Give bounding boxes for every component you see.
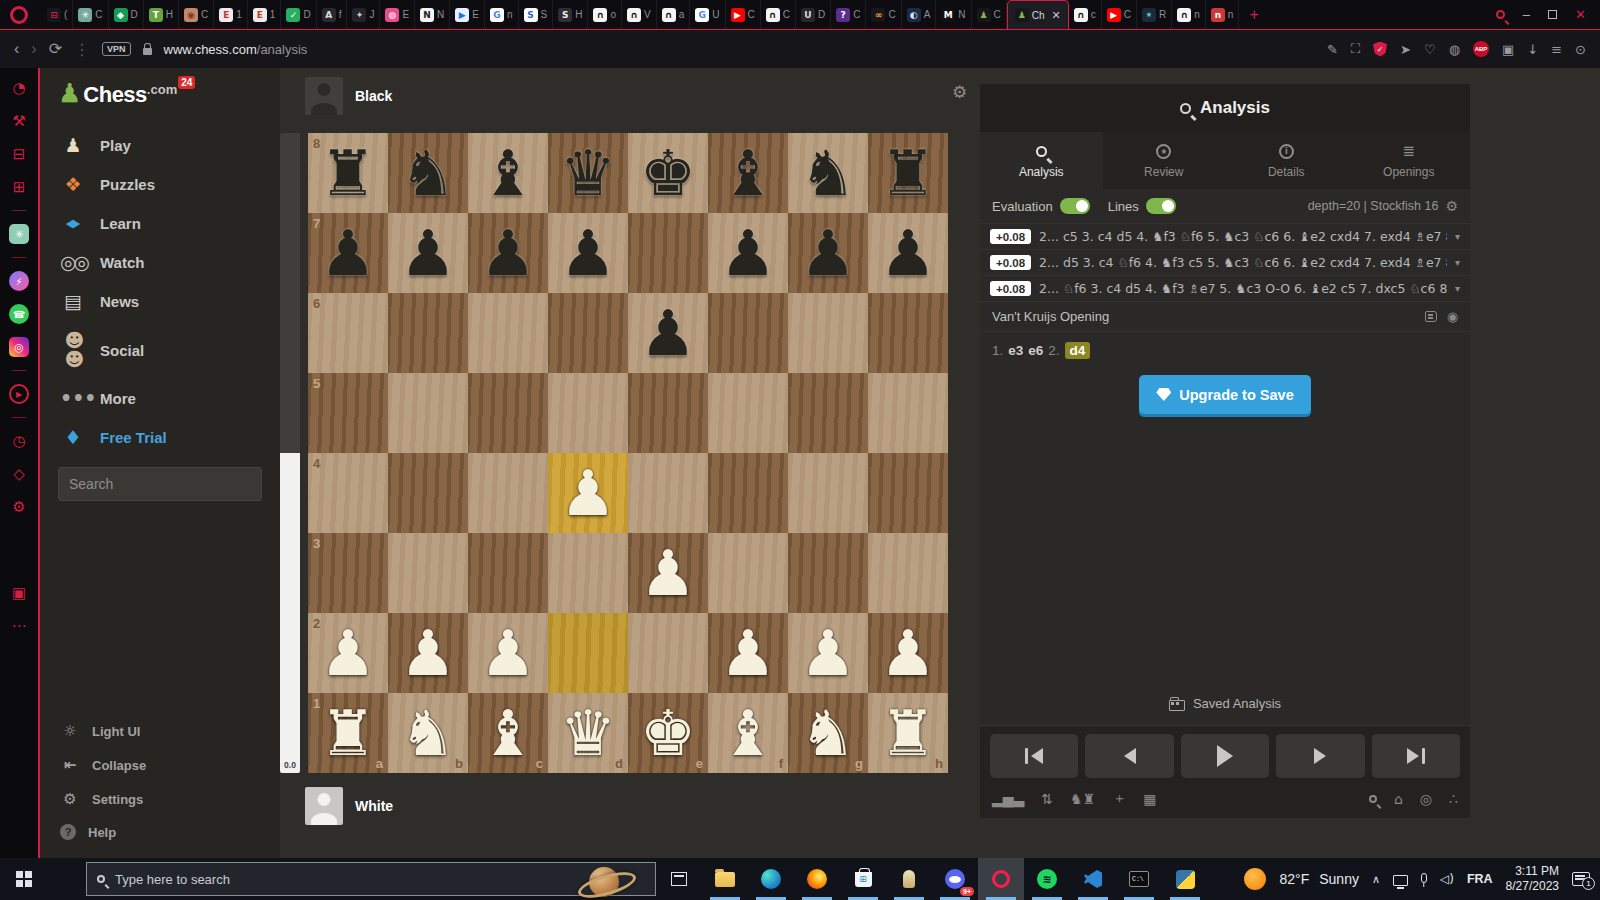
sidebar-item-label: News	[100, 293, 139, 310]
white-knight[interactable]: ♞	[388, 693, 468, 773]
black-pawn[interactable]: ♟	[788, 213, 868, 293]
youtube-tab[interactable]: ▶C	[1102, 0, 1137, 29]
red-white-tab[interactable]: E1	[214, 0, 248, 29]
sidebar-item-more[interactable]: •••More	[40, 379, 280, 418]
square-c6[interactable]	[468, 293, 548, 373]
extensions-icon[interactable]: ◇	[9, 464, 29, 484]
square-d6[interactable]	[548, 293, 628, 373]
terminal-app[interactable]: C:\	[1116, 858, 1162, 900]
favicon: G	[490, 8, 504, 22]
volume-icon[interactable]: ◁)	[1440, 872, 1454, 886]
history-icon[interactable]: ◷	[9, 431, 29, 451]
m-tab[interactable]: MN	[936, 0, 971, 29]
square-a2[interactable]: 2♟	[308, 613, 388, 693]
firefox-app[interactable]	[794, 858, 840, 900]
downloads-icon[interactable]: ↓	[1527, 42, 1538, 57]
info-icon: i	[1279, 144, 1294, 159]
lines-toggle[interactable]: Lines	[1108, 198, 1176, 214]
go-to-start-button[interactable]	[990, 734, 1078, 778]
tab-analysis[interactable]: Analysis	[980, 132, 1103, 189]
divider	[12, 370, 26, 371]
reload-button[interactable]: ⟳	[49, 41, 62, 57]
tab-title: a	[679, 9, 685, 20]
square-e5[interactable]	[628, 373, 708, 453]
white-bishop[interactable]: ♝	[468, 693, 548, 773]
black-knight[interactable]: ♞	[388, 133, 468, 213]
white-pawn[interactable]: ♟	[868, 613, 948, 693]
t-tab[interactable]: TH	[144, 0, 179, 29]
square-f2[interactable]: ♟	[708, 613, 788, 693]
chess-tab[interactable]: ♟C	[972, 0, 1007, 29]
social-icon: ☻☻	[60, 331, 86, 369]
square-g2[interactable]: ♟	[788, 613, 868, 693]
watch-icon: ◎◎	[60, 253, 86, 272]
sidebar-item-watch[interactable]: ◎◎Watch	[40, 243, 280, 282]
favicon: E	[219, 8, 233, 22]
github-tab[interactable]: ∩V	[622, 0, 657, 29]
discord-app[interactable]: 9+	[932, 858, 978, 900]
sidebar-item-play[interactable]: ♟Play	[40, 126, 280, 165]
twitch-icon[interactable]: ⊟	[9, 144, 29, 164]
square-h6[interactable]	[868, 293, 948, 373]
square-e2[interactable]	[628, 613, 708, 693]
tab-title: E	[402, 9, 409, 20]
gx-cleaner-icon[interactable]: ⚒	[9, 111, 29, 131]
snapshot-icon[interactable]: ▣	[9, 583, 29, 603]
microsoft-store-app[interactable]: ⊞	[840, 858, 886, 900]
opera-gx-app-icon	[992, 870, 1010, 888]
collapse-button[interactable]: ⇤Collapse	[40, 748, 280, 782]
square-g5[interactable]	[788, 373, 868, 453]
red-white-tab[interactable]: E1	[248, 0, 282, 29]
white-bishop[interactable]: ♝	[708, 693, 788, 773]
square-b3[interactable]	[388, 533, 468, 613]
square-h5[interactable]	[868, 373, 948, 453]
square-a5[interactable]: 5	[308, 373, 388, 453]
sidebar-footer: ☼Light UI⇤Collapse⚙Settings?Help	[40, 714, 280, 848]
sidebar-item-puzzles[interactable]: ❖Puzzles	[40, 165, 280, 204]
next-move-button[interactable]	[1276, 734, 1364, 778]
back-button[interactable]: ‹	[14, 41, 19, 57]
square-f8[interactable]: ♝	[708, 133, 788, 213]
bookmark-heart-icon[interactable]: ♡	[1424, 42, 1436, 57]
expand-chevron-icon[interactable]: ▾	[1455, 257, 1460, 268]
player-name-white: White	[355, 798, 393, 814]
vscode-app[interactable]	[1070, 858, 1116, 900]
white-rook[interactable]: ♜	[868, 693, 948, 773]
square-h4[interactable]	[868, 453, 948, 533]
white-pawn[interactable]: ♟	[468, 613, 548, 693]
chatgpt-tab[interactable]: ✳C	[73, 0, 108, 29]
ai-extension-icon[interactable]: ◍	[1449, 42, 1460, 57]
chess-sidebar: ♟ Chess .com 24 ♟Play❖Puzzles◆Learn◎◎Wat…	[40, 68, 280, 858]
black-pawn[interactable]: ♟	[548, 213, 628, 293]
expand-chevron-icon[interactable]: ▾	[1455, 283, 1460, 294]
tab-close-icon[interactable]: ✕	[1052, 9, 1061, 22]
square-c5[interactable]	[468, 373, 548, 453]
engine-line-3[interactable]: +0.082... ♘f6 3. c4 d5 4. ♞f3 ♗e7 5. ♞c3…	[980, 275, 1470, 301]
white-pawn[interactable]: ♟	[708, 613, 788, 693]
white-pawn[interactable]: ♟	[548, 453, 628, 533]
sidebar-item-label: Play	[100, 137, 131, 154]
github-tab[interactable]: ∩o	[588, 0, 622, 29]
help-button[interactable]: ?Help	[40, 816, 280, 848]
diamond-icon: ♦	[60, 428, 86, 447]
adblock-icon[interactable]: ABP	[1473, 41, 1489, 57]
toggle-switch[interactable]	[1146, 198, 1176, 214]
tab-title: n	[1228, 9, 1234, 20]
square-g4[interactable]	[788, 453, 868, 533]
network-icon[interactable]	[1393, 875, 1408, 886]
square-c8[interactable]: ♝	[468, 133, 548, 213]
python-app-icon	[1176, 870, 1195, 889]
go-to-end-button[interactable]	[1372, 734, 1460, 778]
toggle-switch[interactable]	[1060, 198, 1090, 214]
white-avatar[interactable]	[305, 787, 343, 825]
google-tab[interactable]: GU	[690, 0, 725, 29]
address-bar[interactable]: www.chess.com/analysis	[164, 42, 308, 57]
white-queen[interactable]: ♛	[548, 693, 628, 773]
white-pawn[interactable]: ♟	[308, 613, 388, 693]
edge-app[interactable]	[748, 858, 794, 900]
divider	[12, 417, 26, 418]
u-tab[interactable]: UD	[796, 0, 831, 29]
square-a4[interactable]: 4	[308, 453, 388, 533]
settings-icon[interactable]: ⚙	[9, 497, 29, 517]
gx-control-icon[interactable]: ◔	[9, 78, 29, 98]
engine-settings-gear-icon[interactable]: ⚙	[1445, 198, 1458, 214]
share-icon[interactable]: ∴	[1449, 791, 1458, 807]
square-c4[interactable]	[468, 453, 548, 533]
square-h7[interactable]: ♟	[868, 213, 948, 293]
square-b7[interactable]: ♟	[388, 213, 468, 293]
messenger-icon[interactable]: ⚡	[9, 271, 29, 291]
edit-page-icon[interactable]: ✎	[1327, 42, 1338, 57]
white-king[interactable]: ♚	[628, 693, 708, 773]
black-pawn[interactable]: ♟	[868, 213, 948, 293]
tab-title: D	[303, 9, 310, 20]
board-settings-gear-icon[interactable]: ⚙	[952, 82, 967, 102]
green-tab[interactable]: ◆D	[109, 0, 144, 29]
library-icon[interactable]: ⌂	[1394, 791, 1403, 807]
play-button[interactable]	[1181, 734, 1269, 778]
weather-widget[interactable]: 82°FSunny	[1279, 871, 1358, 887]
a-tab[interactable]: Af	[317, 0, 348, 29]
square-h1[interactable]: h♜	[868, 693, 948, 773]
settings-button[interactable]: ⚙Settings	[40, 782, 280, 816]
forward-button[interactable]: ›	[31, 41, 36, 57]
favicon: M	[941, 8, 955, 22]
square-a7[interactable]: 7♟	[308, 213, 388, 293]
square-e3[interactable]: ♟	[628, 533, 708, 613]
notification-center-icon[interactable]: 1	[1572, 872, 1590, 886]
black-rook[interactable]: ♜	[308, 133, 388, 213]
add-icon[interactable]: ＋	[1112, 790, 1126, 808]
square-f4[interactable]	[708, 453, 788, 533]
white-rook[interactable]: ♜	[308, 693, 388, 773]
ms-tab[interactable]: SS	[519, 0, 554, 29]
black-pawn[interactable]: ♟	[628, 293, 708, 373]
square-b6[interactable]	[388, 293, 468, 373]
browser-toolbar: ‹ › ⟳ ⋮ VPN www.chess.com/analysis ✎ ⛶ ✓…	[0, 30, 1600, 68]
square-d1[interactable]: d♛	[548, 693, 628, 773]
sidebar-search-input[interactable]	[58, 467, 262, 501]
more-icon[interactable]: ⋯	[9, 616, 29, 636]
react-tab[interactable]: ✴R	[1137, 0, 1172, 29]
sidebar-item-label: Puzzles	[100, 176, 155, 193]
task-view-button[interactable]	[656, 858, 702, 900]
co-tab[interactable]: ∞C	[866, 0, 901, 29]
language-indicator[interactable]: FRA	[1467, 872, 1493, 886]
chess-analysis-tab[interactable]: ♟Ch✕	[1007, 0, 1069, 29]
move-white[interactable]: d4	[1065, 342, 1091, 359]
panel-tab-label: Details	[1268, 165, 1305, 179]
github-tab[interactable]: ∩C	[761, 0, 796, 29]
microphone-icon[interactable]	[1421, 873, 1427, 883]
lively-app[interactable]	[886, 858, 932, 900]
firefox-app-icon	[807, 869, 827, 889]
send-icon[interactable]: ➤	[1400, 42, 1411, 57]
minimize-button[interactable]: –	[1523, 7, 1530, 22]
play-tab[interactable]: ▶E	[450, 0, 485, 29]
chatgpt-icon[interactable]: ✳	[9, 224, 29, 244]
moves-chart-icon[interactable]: ▂▅▃	[992, 791, 1024, 807]
favicon: T	[149, 8, 163, 22]
black-pawn[interactable]: ♟	[388, 213, 468, 293]
board-editor-icon[interactable]: ▦	[1143, 791, 1156, 807]
snapshot-camera-icon[interactable]: ⛶	[1351, 41, 1360, 57]
square-g3[interactable]	[788, 533, 868, 613]
black-pawn[interactable]: ♟	[308, 213, 388, 293]
n-tab[interactable]: NN	[415, 0, 450, 29]
npm-tab[interactable]: nn	[1206, 0, 1240, 29]
tab-bar: ⊟(✳C◆DTH◉CE1E1✓DAf✦J◍ENN▶EGnSSSH∩o∩V∩aGU…	[0, 0, 1600, 30]
sidebar-settings-icon[interactable]: ≡	[1551, 42, 1562, 57]
square-f1[interactable]: f♝	[708, 693, 788, 773]
search-placeholder: Type here to search	[115, 872, 230, 887]
terminal-app-icon: C:\	[1129, 871, 1149, 887]
opening-book-icon[interactable]	[1425, 311, 1437, 322]
square-e8[interactable]: ♚	[628, 133, 708, 213]
flip-board-icon[interactable]: ⇅	[1041, 791, 1053, 807]
tab-openings[interactable]: ≣Openings	[1348, 132, 1471, 189]
favicon: ✓	[286, 8, 300, 22]
google-tab[interactable]: Gn	[485, 0, 519, 29]
clock[interactable]: 3:11 PM8/27/2023	[1506, 864, 1559, 894]
favicon: ▶	[455, 8, 469, 22]
black-avatar[interactable]	[305, 77, 343, 115]
square-a3[interactable]: 3	[308, 533, 388, 613]
github-tab[interactable]: ∩c	[1069, 0, 1102, 29]
sidebar-item-news[interactable]: ▤News	[40, 282, 280, 321]
analysis-magnifier-icon	[1180, 103, 1191, 114]
move-black[interactable]: e6	[1028, 343, 1043, 358]
upgrade-to-save-button[interactable]: Upgrade to Save	[1139, 375, 1311, 414]
square-h8[interactable]: ♜	[868, 133, 948, 213]
square-f6[interactable]	[708, 293, 788, 373]
black-queen[interactable]: ♛	[548, 133, 628, 213]
square-f7[interactable]: ♟	[708, 213, 788, 293]
hot-tabs-icon[interactable]: ⊞	[9, 177, 29, 197]
j-tab[interactable]: ✦J	[347, 0, 380, 29]
restore-button[interactable]	[1548, 7, 1557, 22]
pawn-logo-icon: ♟	[58, 82, 81, 104]
black-pawn[interactable]: ♟	[468, 213, 548, 293]
square-e6[interactable]: ♟	[628, 293, 708, 373]
favicon: ∩	[1177, 8, 1191, 22]
square-f3[interactable]	[708, 533, 788, 613]
square-d4[interactable]: ♟	[548, 453, 628, 533]
move-white[interactable]: e3	[1008, 343, 1023, 358]
lock-icon[interactable]	[143, 48, 152, 55]
dribbble-tab[interactable]: ◍E	[380, 0, 415, 29]
github-tab[interactable]: ∩a	[657, 0, 691, 29]
favicon: ✦	[352, 8, 366, 22]
search-icon	[97, 875, 105, 883]
spotify-app[interactable]: ≋	[1024, 858, 1070, 900]
weather-sun-icon[interactable]	[1244, 868, 1266, 890]
tab-title: J	[369, 9, 374, 20]
square-a8[interactable]: 8♜	[308, 133, 388, 213]
chesscom-logo[interactable]: ♟ Chess .com 24	[40, 82, 280, 108]
profile-icon[interactable]: ⊙	[1575, 42, 1586, 57]
instagram-icon[interactable]: ◎	[9, 337, 29, 357]
taskbar-search[interactable]: Type here to search	[86, 862, 656, 896]
square-b1[interactable]: b♞	[388, 693, 468, 773]
spotify-app-icon: ≋	[1037, 869, 1057, 889]
practice-icon[interactable]: ◎	[1420, 791, 1432, 807]
vpn-badge[interactable]: VPN	[102, 42, 131, 56]
extension-cube-icon[interactable]: ▣	[1502, 42, 1514, 57]
saved-analysis-button[interactable]: Saved Analysis	[980, 688, 1470, 725]
new-tab-button[interactable]: +	[1239, 6, 1268, 24]
vpn-shield-icon[interactable]: ✓	[1373, 42, 1387, 57]
eval-score: 0.0	[280, 760, 300, 770]
square-e4[interactable]	[628, 453, 708, 533]
square-d8[interactable]: ♛	[548, 133, 628, 213]
square-g7[interactable]: ♟	[788, 213, 868, 293]
square-d3[interactable]	[548, 533, 628, 613]
tab-title: H	[575, 9, 582, 20]
black-bishop[interactable]: ♝	[708, 133, 788, 213]
tab-title: C	[853, 9, 860, 20]
purple-tab[interactable]: ?C	[831, 0, 866, 29]
python-app[interactable]	[1162, 858, 1208, 900]
square-c7[interactable]: ♟	[468, 213, 548, 293]
square-e7[interactable]	[628, 213, 708, 293]
square-g1[interactable]: g♞	[788, 693, 868, 773]
a-dark-tab[interactable]: ◐A	[902, 0, 937, 29]
player-icon[interactable]: ▶	[9, 384, 29, 404]
avatar-tab[interactable]: ◉C	[179, 0, 214, 29]
opera-menu-icon[interactable]	[10, 6, 28, 24]
unread-badge: 9+	[960, 887, 974, 896]
square-a1[interactable]: 1a♜	[308, 693, 388, 773]
engine-line-1[interactable]: +0.082... c5 3. c4 d5 4. ♞f3 ♘f6 5. ♞c3 …	[980, 223, 1470, 249]
square-d7[interactable]: ♟	[548, 213, 628, 293]
previous-move-button[interactable]	[1085, 734, 1173, 778]
black-rook[interactable]: ♜	[868, 133, 948, 213]
sidebar-item-free-trial[interactable]: ♦ Free Trial	[40, 418, 280, 457]
player-bottom: White	[305, 787, 393, 825]
tab-review[interactable]: ★Review	[1103, 132, 1226, 189]
engine-line-2[interactable]: +0.082... d5 3. c4 ♘f6 4. ♞f3 c5 5. ♞c3 …	[980, 249, 1470, 275]
chess-board[interactable]: 8♜♞♝♛♚♝♞♜7♟♟♟♟♟♟♟6♟54♟3♟2♟♟♟♟♟♟1a♜b♞c♝d♛…	[308, 133, 948, 773]
square-h2[interactable]: ♟	[868, 613, 948, 693]
toggle-label: Evaluation	[992, 199, 1053, 214]
square-c1[interactable]: c♝	[468, 693, 548, 773]
opera-gx-app[interactable]	[978, 858, 1024, 900]
black-pawn[interactable]: ♟	[708, 213, 788, 293]
light-ui-toggle[interactable]: ☼Light UI	[40, 714, 280, 748]
tab-title: c	[1091, 9, 1096, 20]
analysis-panel: Analysis Analysis★ReviewiDetails≣Opening…	[980, 84, 1470, 818]
evaluation-toggle[interactable]: Evaluation	[992, 198, 1090, 214]
square-b5[interactable]	[388, 373, 468, 453]
favicon: S	[558, 8, 572, 22]
tab-search-icon[interactable]	[1496, 10, 1505, 19]
square-e1[interactable]: e♚	[628, 693, 708, 773]
gx-corner-tab[interactable]: ⊟(	[42, 0, 73, 29]
white-pawn[interactable]: ♟	[788, 613, 868, 693]
pieces-setup-icon[interactable]: ♞♜	[1070, 791, 1095, 807]
favicon: n	[1211, 8, 1225, 22]
zoom-icon[interactable]	[1369, 795, 1377, 803]
square-d5[interactable]	[548, 373, 628, 453]
s-tab[interactable]: SH	[553, 0, 588, 29]
close-button[interactable]: ✕	[1575, 7, 1586, 22]
square-b2[interactable]: ♟	[388, 613, 468, 693]
panel-tab-label: Review	[1144, 165, 1183, 179]
github-tab[interactable]: ∩n	[1172, 0, 1206, 29]
square-c2[interactable]: ♟	[468, 613, 548, 693]
youtube-tab[interactable]: ▶C	[726, 0, 761, 29]
square-a6[interactable]: 6	[308, 293, 388, 373]
square-d2[interactable]	[548, 613, 628, 693]
explorer-icon[interactable]: ◉	[1447, 309, 1458, 324]
start-button[interactable]	[0, 858, 48, 900]
square-g8[interactable]: ♞	[788, 133, 868, 213]
panel-footer-icons: ▂▅▃⇅♞♜＋▦⌂◎∴	[980, 786, 1470, 818]
square-b8[interactable]: ♞	[388, 133, 468, 213]
sidebar-item-social[interactable]: ☻☻Social	[40, 321, 280, 379]
engine-lines: +0.082... c5 3. c4 d5 4. ♞f3 ♘f6 5. ♞c3 …	[980, 223, 1470, 301]
tab-details[interactable]: iDetails	[1225, 132, 1348, 189]
tab-title: V	[644, 9, 651, 20]
favicon: ♟	[1015, 8, 1029, 22]
black-knight[interactable]: ♞	[788, 133, 868, 213]
black-king[interactable]: ♚	[628, 133, 708, 213]
square-c3[interactable]	[468, 533, 548, 613]
expand-chevron-icon[interactable]: ▾	[1455, 231, 1460, 242]
square-g6[interactable]	[788, 293, 868, 373]
panel-tabs: Analysis★ReviewiDetails≣Openings	[980, 132, 1470, 189]
white-knight[interactable]: ♞	[788, 693, 868, 773]
sidebar-item-learn[interactable]: ◆Learn	[40, 204, 280, 243]
sidebar-nav: ♟Play❖Puzzles◆Learn◎◎Watch▤News☻☻Social•…	[40, 126, 280, 418]
square-h3[interactable]	[868, 533, 948, 613]
black-bishop[interactable]: ♝	[468, 133, 548, 213]
white-pawn[interactable]: ♟	[388, 613, 468, 693]
whatsapp-icon[interactable]: ☎	[9, 304, 29, 324]
favicon: S	[524, 8, 538, 22]
square-f5[interactable]	[708, 373, 788, 453]
white-pawn[interactable]: ♟	[628, 533, 708, 613]
tray-expand-chevron-icon[interactable]: ∧	[1372, 873, 1380, 886]
square-b4[interactable]	[388, 453, 468, 533]
file-explorer-app[interactable]	[702, 858, 748, 900]
check-tab[interactable]: ✓D	[281, 0, 316, 29]
